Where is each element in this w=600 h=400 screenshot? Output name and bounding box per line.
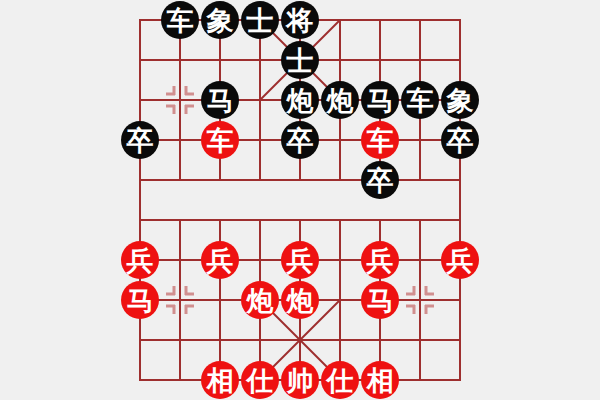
piece-black-horse[interactable]: 马	[201, 81, 239, 119]
piece-black-soldier[interactable]: 卒	[361, 161, 399, 199]
piece-red-horse[interactable]: 马	[121, 281, 159, 319]
piece-black-chariot[interactable]: 车	[401, 81, 439, 119]
piece-black-advisor[interactable]: 士	[241, 1, 279, 39]
piece-black-cannon[interactable]: 炮	[321, 81, 359, 119]
piece-black-horse[interactable]: 马	[361, 81, 399, 119]
piece-black-cannon[interactable]: 炮	[281, 81, 319, 119]
piece-red-soldier[interactable]: 兵	[441, 241, 479, 279]
piece-red-elephant[interactable]: 相	[361, 361, 399, 399]
piece-red-chariot[interactable]: 车	[361, 121, 399, 159]
piece-black-soldier[interactable]: 卒	[441, 121, 479, 159]
piece-red-cannon[interactable]: 炮	[241, 281, 279, 319]
piece-red-soldier[interactable]: 兵	[361, 241, 399, 279]
piece-black-soldier[interactable]: 卒	[281, 121, 319, 159]
piece-red-horse[interactable]: 马	[361, 281, 399, 319]
piece-black-elephant[interactable]: 象	[441, 81, 479, 119]
piece-red-soldier[interactable]: 兵	[201, 241, 239, 279]
piece-black-general[interactable]: 将	[281, 1, 319, 39]
piece-black-advisor[interactable]: 士	[281, 41, 319, 79]
piece-black-elephant[interactable]: 象	[201, 1, 239, 39]
piece-red-advisor[interactable]: 仕	[241, 361, 279, 399]
piece-red-elephant[interactable]: 相	[201, 361, 239, 399]
piece-red-soldier[interactable]: 兵	[121, 241, 159, 279]
piece-black-chariot[interactable]: 车	[161, 1, 199, 39]
piece-black-soldier[interactable]: 卒	[121, 121, 159, 159]
piece-grid: 车象士将士马炮炮马车象卒车卒车卒卒兵兵兵兵兵马炮炮马相仕帅仕相	[120, 0, 480, 400]
piece-red-advisor[interactable]: 仕	[321, 361, 359, 399]
piece-red-cannon[interactable]: 炮	[281, 281, 319, 319]
piece-red-general[interactable]: 帅	[281, 361, 319, 399]
piece-red-chariot[interactable]: 车	[201, 121, 239, 159]
piece-red-soldier[interactable]: 兵	[281, 241, 319, 279]
xiangqi-board: 车象士将士马炮炮马车象卒车卒车卒卒兵兵兵兵兵马炮炮马相仕帅仕相	[0, 0, 600, 400]
